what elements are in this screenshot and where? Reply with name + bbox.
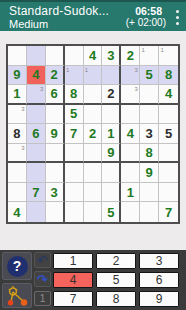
cell-r2c2[interactable]: 4 bbox=[27, 66, 46, 86]
pencil-marks: 1 bbox=[84, 66, 102, 85]
pencil-marks: 3 bbox=[121, 66, 139, 85]
entered-digit: 9 bbox=[13, 68, 20, 81]
cell-r2c6[interactable] bbox=[102, 66, 121, 86]
undo-icon: ↶ bbox=[37, 254, 48, 267]
entered-digit: 8 bbox=[165, 68, 172, 81]
entered-digit: 9 bbox=[146, 166, 153, 179]
timer: 06:58 bbox=[102, 5, 162, 17]
given-digit: 3 bbox=[146, 127, 153, 140]
cell-r8c9[interactable] bbox=[159, 183, 178, 203]
entered-digit: 7 bbox=[165, 206, 172, 219]
given-digit: 8 bbox=[13, 127, 20, 140]
entered-digit: 5 bbox=[146, 68, 153, 81]
cell-r5c8[interactable]: 3 bbox=[140, 124, 159, 144]
cell-r9c6[interactable]: 5 bbox=[102, 202, 121, 222]
entered-digit: 4 bbox=[13, 206, 20, 219]
cell-r4c5[interactable] bbox=[84, 105, 103, 125]
cell-r1c4[interactable] bbox=[65, 46, 84, 66]
entered-digit: 2 bbox=[89, 127, 96, 140]
cell-r8c8[interactable] bbox=[140, 183, 159, 203]
cell-r8c6[interactable] bbox=[102, 183, 121, 203]
cell-r7c7[interactable] bbox=[121, 163, 140, 183]
entered-digit: 6 bbox=[51, 87, 58, 100]
bottom-toolbar: ? ↶ ↷ 1 123456789 bbox=[0, 250, 186, 310]
candidates-icon bbox=[4, 285, 30, 307]
cell-r1c9[interactable]: 1 bbox=[159, 46, 178, 66]
pencil-marks: 1 bbox=[159, 46, 178, 65]
cell-r5c2[interactable]: 6 bbox=[27, 124, 46, 144]
time-penalty: (+ 02:00) bbox=[102, 17, 166, 28]
cell-r8c3[interactable]: 3 bbox=[46, 183, 65, 203]
numpad-5[interactable]: 5 bbox=[96, 272, 136, 288]
pencil-marks: 1 bbox=[140, 46, 158, 65]
entered-digit: 4 bbox=[165, 87, 172, 100]
entered-digit: 1 bbox=[107, 127, 114, 140]
cell-r8c1[interactable] bbox=[8, 183, 27, 203]
numpad-7[interactable]: 7 bbox=[53, 291, 93, 307]
cell-r3c3[interactable]: 6 bbox=[46, 85, 65, 105]
cell-r3c4[interactable]: 8 bbox=[65, 85, 84, 105]
entered-digit: 9 bbox=[107, 146, 114, 159]
entered-digit: 2 bbox=[51, 68, 58, 81]
cell-r7c8[interactable]: 9 bbox=[140, 163, 159, 183]
numpad-2[interactable]: 2 bbox=[96, 253, 136, 269]
cell-r9c3[interactable] bbox=[46, 202, 65, 222]
pencil-digit-toggle[interactable]: 1 bbox=[34, 291, 51, 306]
cell-r6c2[interactable] bbox=[27, 144, 46, 164]
cell-r2c5[interactable]: 1 bbox=[84, 66, 103, 86]
cell-r5c7[interactable]: 4 bbox=[121, 124, 140, 144]
redo-button[interactable]: ↷ bbox=[34, 271, 51, 287]
cell-r8c7[interactable]: 1 bbox=[121, 183, 140, 203]
pencil-marks: 3 bbox=[27, 85, 45, 103]
numpad-8[interactable]: 8 bbox=[96, 291, 136, 307]
cell-r9c2[interactable] bbox=[27, 202, 46, 222]
cell-r2c1[interactable]: 9 bbox=[8, 66, 27, 86]
cell-r6c9[interactable] bbox=[159, 144, 178, 164]
entered-digit: 7 bbox=[70, 127, 77, 140]
cell-r5c5[interactable]: 2 bbox=[84, 124, 103, 144]
entered-digit: 7 bbox=[32, 186, 39, 199]
cell-r3c2[interactable]: 3 bbox=[27, 85, 46, 105]
cell-r1c6[interactable]: 3 bbox=[102, 46, 121, 66]
cell-r1c5[interactable]: 4 bbox=[84, 46, 103, 66]
cell-r8c2[interactable]: 7 bbox=[27, 183, 46, 203]
given-digit: 2 bbox=[107, 87, 114, 100]
cell-r9c8[interactable] bbox=[140, 202, 159, 222]
cell-r2c8[interactable]: 5 bbox=[140, 66, 159, 86]
cell-r6c3[interactable] bbox=[46, 144, 65, 164]
cell-r2c3[interactable]: 2 bbox=[46, 66, 65, 86]
number-pad: 123456789 bbox=[53, 253, 179, 305]
hint-button[interactable]: ? bbox=[2, 252, 32, 280]
question-icon: ? bbox=[7, 256, 28, 277]
entered-digit: 2 bbox=[127, 49, 134, 62]
cell-r4c1[interactable]: 3 bbox=[8, 105, 27, 125]
entered-digit: 3 bbox=[107, 49, 114, 62]
entered-digit: 4 bbox=[89, 49, 96, 62]
cell-r5c3[interactable]: 9 bbox=[46, 124, 65, 144]
redo-icon: ↷ bbox=[37, 273, 48, 286]
cell-r3c5[interactable] bbox=[84, 85, 103, 105]
numpad-6[interactable]: 6 bbox=[139, 272, 179, 288]
entered-digit: 4 bbox=[32, 68, 39, 81]
cell-r1c3[interactable] bbox=[46, 46, 65, 66]
cell-r7c6[interactable] bbox=[102, 163, 121, 183]
cell-r1c8[interactable]: 1 bbox=[140, 46, 159, 66]
cell-r6c1[interactable]: 3 bbox=[8, 144, 27, 164]
cell-r3c7[interactable]: 3 bbox=[121, 85, 140, 105]
undo-button[interactable]: ↶ bbox=[34, 252, 51, 268]
entered-digit: 4 bbox=[127, 127, 134, 140]
cell-r7c5[interactable] bbox=[84, 163, 103, 183]
cell-r5c9[interactable]: 5 bbox=[159, 124, 178, 144]
entered-digit: 8 bbox=[70, 87, 77, 100]
given-digit: 5 bbox=[165, 127, 172, 140]
entered-digit: 5 bbox=[107, 206, 114, 219]
overflow-menu-icon[interactable] bbox=[174, 10, 180, 25]
cell-r4c6[interactable] bbox=[102, 105, 121, 125]
entered-digit: 1 bbox=[127, 186, 134, 199]
cell-r4c8[interactable] bbox=[140, 105, 159, 125]
cell-r1c7[interactable]: 2 bbox=[121, 46, 140, 66]
pencil-marks: 3 bbox=[121, 85, 139, 103]
cell-r2c4[interactable]: 1 bbox=[65, 66, 84, 86]
cell-r7c4[interactable] bbox=[65, 163, 84, 183]
cell-r6c6[interactable]: 9 bbox=[102, 144, 121, 164]
entered-digit: 3 bbox=[51, 186, 58, 199]
cell-r4c4[interactable]: 5 bbox=[65, 105, 84, 125]
entered-digit: 6 bbox=[32, 127, 39, 140]
difficulty-label: Medium bbox=[9, 18, 48, 30]
numpad-3[interactable]: 3 bbox=[139, 253, 179, 269]
cell-r4c9[interactable] bbox=[159, 105, 178, 125]
cell-r8c5[interactable] bbox=[84, 183, 103, 203]
pencil-marks: 1 bbox=[65, 66, 83, 85]
cell-r8c4[interactable] bbox=[65, 183, 84, 203]
cell-r7c3[interactable] bbox=[46, 163, 65, 183]
pencil-marks: 3 bbox=[8, 105, 26, 124]
cell-r3c6[interactable]: 2 bbox=[102, 85, 121, 105]
cell-r9c7[interactable] bbox=[121, 202, 140, 222]
cell-r4c3[interactable] bbox=[46, 105, 65, 125]
pencil-marks-button[interactable] bbox=[2, 283, 32, 308]
cell-r2c7[interactable]: 3 bbox=[121, 66, 140, 86]
cell-r5c4[interactable]: 7 bbox=[65, 124, 84, 144]
cell-r2c9[interactable]: 8 bbox=[159, 66, 178, 86]
cell-r3c8[interactable] bbox=[140, 85, 159, 105]
pencil-marks: 3 bbox=[8, 144, 26, 162]
cell-r6c7[interactable] bbox=[121, 144, 140, 164]
cell-r4c7[interactable] bbox=[121, 105, 140, 125]
entered-digit: 5 bbox=[70, 107, 77, 120]
cell-r3c9[interactable]: 4 bbox=[159, 85, 178, 105]
cell-r5c6[interactable]: 1 bbox=[102, 124, 121, 144]
cell-r6c5[interactable] bbox=[84, 144, 103, 164]
app-title: Standard-Sudok... bbox=[9, 4, 109, 18]
cell-r1c2[interactable] bbox=[27, 46, 46, 66]
cell-r7c1[interactable] bbox=[8, 163, 27, 183]
numpad-4[interactable]: 4 bbox=[53, 272, 93, 288]
numpad-1[interactable]: 1 bbox=[53, 253, 93, 269]
cell-r1c1[interactable] bbox=[8, 46, 27, 66]
numpad-9[interactable]: 9 bbox=[139, 291, 179, 307]
cell-r6c8[interactable]: 8 bbox=[140, 144, 159, 164]
cell-r7c2[interactable] bbox=[27, 163, 46, 183]
cell-r6c4[interactable] bbox=[65, 144, 84, 164]
entered-digit: 8 bbox=[146, 146, 153, 159]
cell-r9c9[interactable]: 7 bbox=[159, 202, 178, 222]
cell-r3c1[interactable]: 1 bbox=[8, 85, 27, 105]
app-bar: Standard-Sudok... Medium 06:58 (+ 02:00) bbox=[0, 0, 186, 31]
cell-r5c1[interactable]: 8 bbox=[8, 124, 27, 144]
cell-r7c9[interactable] bbox=[159, 163, 178, 183]
cell-r9c5[interactable] bbox=[84, 202, 103, 222]
cell-r9c4[interactable] bbox=[65, 202, 84, 222]
entered-digit: 1 bbox=[13, 87, 20, 100]
cell-r9c1[interactable]: 4 bbox=[8, 202, 27, 222]
entered-digit: 9 bbox=[51, 127, 58, 140]
cell-r4c2[interactable] bbox=[27, 105, 46, 125]
sudoku-board: 4321194211358136823435869721435398973145… bbox=[6, 44, 180, 224]
